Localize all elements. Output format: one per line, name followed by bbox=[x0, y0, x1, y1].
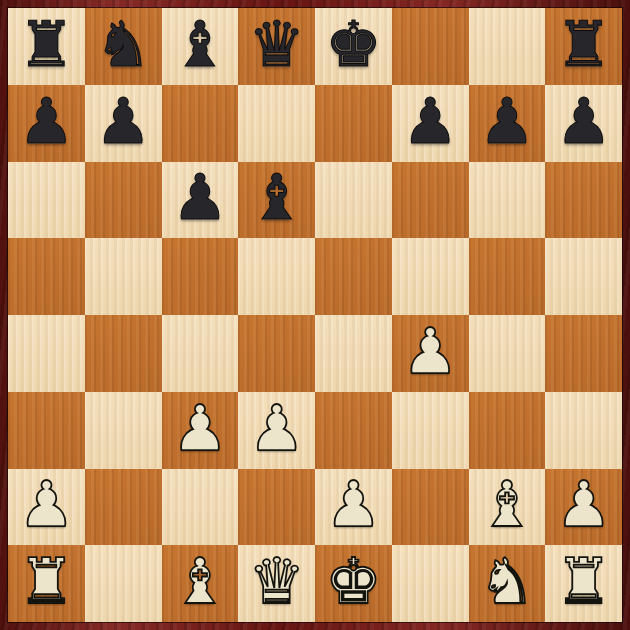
square-g6[interactable] bbox=[469, 162, 546, 239]
square-g8[interactable] bbox=[469, 8, 546, 85]
square-g7[interactable]: ♟ bbox=[469, 85, 546, 162]
square-a4[interactable] bbox=[8, 315, 85, 392]
piece-black-pawn[interactable]: ♟ bbox=[479, 90, 535, 153]
square-g1[interactable]: ♞ bbox=[469, 545, 546, 622]
square-h3[interactable] bbox=[545, 392, 622, 469]
square-c7[interactable] bbox=[162, 85, 239, 162]
square-f5[interactable] bbox=[392, 238, 469, 315]
piece-white-knight[interactable]: ♞ bbox=[479, 550, 535, 613]
square-f7[interactable]: ♟ bbox=[392, 85, 469, 162]
piece-black-pawn[interactable]: ♟ bbox=[172, 166, 228, 229]
square-b3[interactable] bbox=[85, 392, 162, 469]
square-b1[interactable] bbox=[85, 545, 162, 622]
square-e1[interactable]: ♚ bbox=[315, 545, 392, 622]
piece-black-pawn[interactable]: ♟ bbox=[555, 90, 611, 153]
square-f3[interactable] bbox=[392, 392, 469, 469]
square-d5[interactable] bbox=[238, 238, 315, 315]
piece-black-pawn[interactable]: ♟ bbox=[402, 90, 458, 153]
piece-white-pawn[interactable]: ♟ bbox=[172, 397, 228, 460]
square-a2[interactable]: ♟ bbox=[8, 469, 85, 546]
square-d6[interactable]: ♝ bbox=[238, 162, 315, 239]
square-h6[interactable] bbox=[545, 162, 622, 239]
square-g3[interactable] bbox=[469, 392, 546, 469]
piece-black-pawn[interactable]: ♟ bbox=[18, 90, 74, 153]
square-b5[interactable] bbox=[85, 238, 162, 315]
piece-white-pawn[interactable]: ♟ bbox=[402, 320, 458, 383]
piece-black-queen[interactable]: ♛ bbox=[248, 13, 304, 76]
square-e4[interactable] bbox=[315, 315, 392, 392]
piece-white-pawn[interactable]: ♟ bbox=[325, 473, 381, 536]
square-c3[interactable]: ♟ bbox=[162, 392, 239, 469]
piece-white-pawn[interactable]: ♟ bbox=[248, 397, 304, 460]
square-f2[interactable] bbox=[392, 469, 469, 546]
square-c4[interactable] bbox=[162, 315, 239, 392]
square-c6[interactable]: ♟ bbox=[162, 162, 239, 239]
square-h2[interactable]: ♟ bbox=[545, 469, 622, 546]
square-h5[interactable] bbox=[545, 238, 622, 315]
square-e6[interactable] bbox=[315, 162, 392, 239]
square-d4[interactable] bbox=[238, 315, 315, 392]
square-c5[interactable] bbox=[162, 238, 239, 315]
square-h7[interactable]: ♟ bbox=[545, 85, 622, 162]
square-e3[interactable] bbox=[315, 392, 392, 469]
square-d2[interactable] bbox=[238, 469, 315, 546]
square-e7[interactable] bbox=[315, 85, 392, 162]
piece-white-king[interactable]: ♚ bbox=[325, 550, 381, 613]
square-g2[interactable]: ♝ bbox=[469, 469, 546, 546]
square-a1[interactable]: ♜ bbox=[8, 545, 85, 622]
piece-white-bishop[interactable]: ♝ bbox=[479, 473, 535, 536]
square-d8[interactable]: ♛ bbox=[238, 8, 315, 85]
square-b8[interactable]: ♞ bbox=[85, 8, 162, 85]
piece-black-bishop[interactable]: ♝ bbox=[172, 13, 228, 76]
piece-white-queen[interactable]: ♛ bbox=[248, 550, 304, 613]
piece-black-rook[interactable]: ♜ bbox=[555, 13, 611, 76]
square-h4[interactable] bbox=[545, 315, 622, 392]
piece-black-king[interactable]: ♚ bbox=[325, 13, 381, 76]
square-g4[interactable] bbox=[469, 315, 546, 392]
square-f4[interactable]: ♟ bbox=[392, 315, 469, 392]
square-h8[interactable]: ♜ bbox=[545, 8, 622, 85]
chess-board: ♜♞♝♛♚♜♟♟♟♟♟♟♝♟♟♟♟♟♝♟♜♝♛♚♞♜ bbox=[8, 8, 622, 622]
square-b2[interactable] bbox=[85, 469, 162, 546]
square-e8[interactable]: ♚ bbox=[315, 8, 392, 85]
square-a7[interactable]: ♟ bbox=[8, 85, 85, 162]
square-h1[interactable]: ♜ bbox=[545, 545, 622, 622]
square-a8[interactable]: ♜ bbox=[8, 8, 85, 85]
piece-white-pawn[interactable]: ♟ bbox=[555, 473, 611, 536]
square-d1[interactable]: ♛ bbox=[238, 545, 315, 622]
square-f8[interactable] bbox=[392, 8, 469, 85]
square-c2[interactable] bbox=[162, 469, 239, 546]
square-b4[interactable] bbox=[85, 315, 162, 392]
square-g5[interactable] bbox=[469, 238, 546, 315]
piece-black-bishop[interactable]: ♝ bbox=[248, 166, 304, 229]
piece-black-rook[interactable]: ♜ bbox=[18, 13, 74, 76]
square-d3[interactable]: ♟ bbox=[238, 392, 315, 469]
square-b7[interactable]: ♟ bbox=[85, 85, 162, 162]
piece-white-rook[interactable]: ♜ bbox=[555, 550, 611, 613]
square-c8[interactable]: ♝ bbox=[162, 8, 239, 85]
piece-black-pawn[interactable]: ♟ bbox=[95, 90, 151, 153]
square-f6[interactable] bbox=[392, 162, 469, 239]
square-a3[interactable] bbox=[8, 392, 85, 469]
square-a6[interactable] bbox=[8, 162, 85, 239]
square-d7[interactable] bbox=[238, 85, 315, 162]
square-a5[interactable] bbox=[8, 238, 85, 315]
square-c1[interactable]: ♝ bbox=[162, 545, 239, 622]
piece-white-rook[interactable]: ♜ bbox=[18, 550, 74, 613]
piece-white-pawn[interactable]: ♟ bbox=[18, 473, 74, 536]
square-b6[interactable] bbox=[85, 162, 162, 239]
square-e2[interactable]: ♟ bbox=[315, 469, 392, 546]
piece-black-knight[interactable]: ♞ bbox=[95, 13, 151, 76]
square-e5[interactable] bbox=[315, 238, 392, 315]
square-f1[interactable] bbox=[392, 545, 469, 622]
piece-white-bishop[interactable]: ♝ bbox=[172, 550, 228, 613]
